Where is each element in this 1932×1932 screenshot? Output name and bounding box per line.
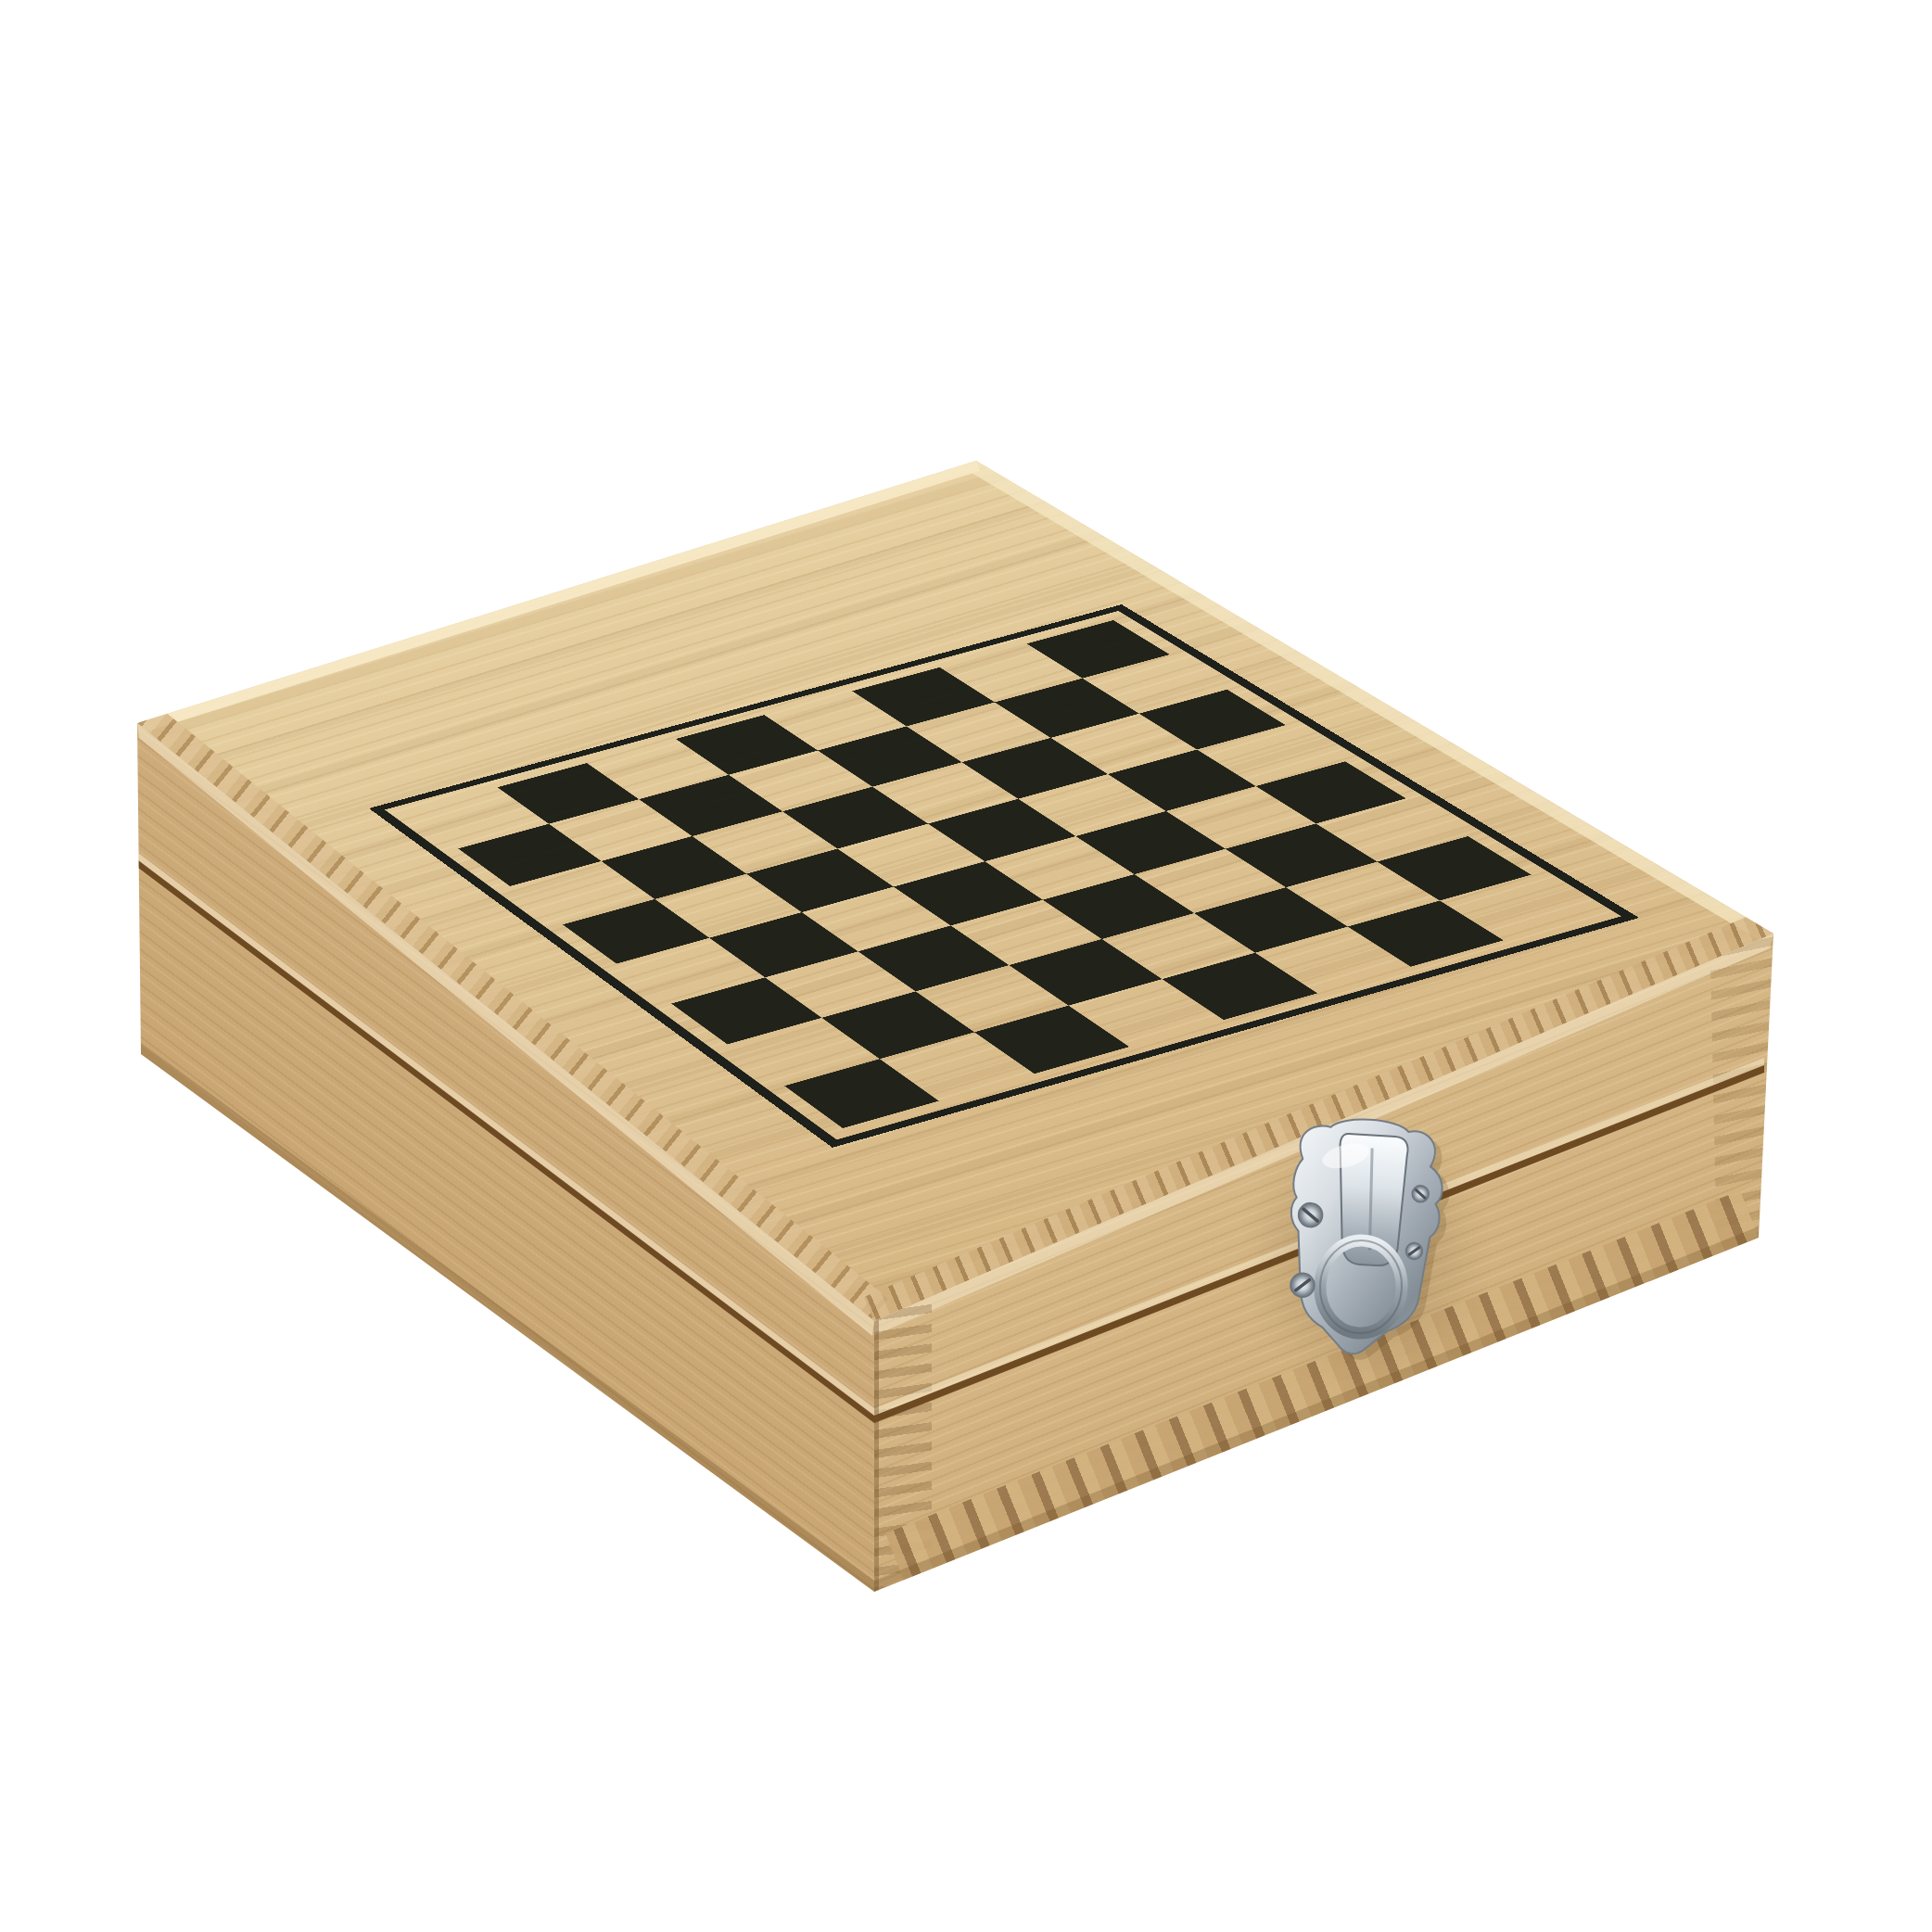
latch-clasp bbox=[1252, 1103, 1471, 1379]
wood-knot bbox=[0, 0, 80, 133]
wood-knot bbox=[0, 0, 106, 57]
product-photo-scene bbox=[0, 0, 1932, 1932]
latch-clasp-icon bbox=[1252, 1103, 1471, 1379]
